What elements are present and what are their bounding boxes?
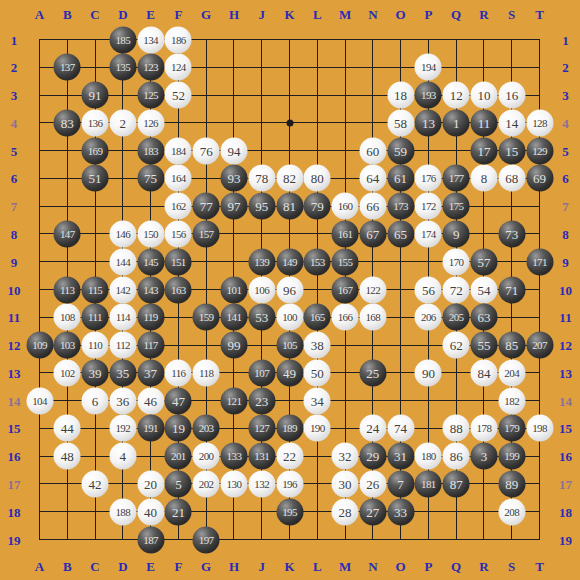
stone-white-N15: 24 xyxy=(359,415,386,442)
row-label-left-2: 2 xyxy=(11,61,18,74)
row-label-right-13: 13 xyxy=(559,366,572,379)
col-label-top-L: L xyxy=(313,8,322,21)
stone-black-F18: 21 xyxy=(165,498,192,525)
stone-black-N18: 27 xyxy=(359,498,386,525)
stone-black-J15: 127 xyxy=(248,415,275,442)
stone-white-N11: 168 xyxy=(359,304,386,331)
stone-black-H16: 133 xyxy=(220,443,247,470)
stone-white-M11: 166 xyxy=(332,304,359,331)
stone-black-R9: 57 xyxy=(470,248,497,275)
stone-black-H11: 141 xyxy=(220,304,247,331)
stone-white-R10: 54 xyxy=(470,276,497,303)
stone-black-O8: 65 xyxy=(387,220,414,247)
stone-white-H5: 94 xyxy=(220,137,247,164)
stone-white-E18: 40 xyxy=(137,498,164,525)
stone-black-R5: 17 xyxy=(470,137,497,164)
stone-black-H10: 101 xyxy=(220,276,247,303)
stone-black-E12: 117 xyxy=(137,332,164,359)
col-label-top-A: A xyxy=(35,8,44,21)
stone-white-L15: 190 xyxy=(304,415,331,442)
row-label-left-12: 12 xyxy=(8,339,21,352)
col-label-bottom-N: N xyxy=(368,560,377,573)
stone-black-M8: 161 xyxy=(332,220,359,247)
row-label-left-16: 16 xyxy=(8,450,21,463)
stone-white-O4: 58 xyxy=(387,109,414,136)
stone-white-J10: 106 xyxy=(248,276,275,303)
stone-black-F10: 163 xyxy=(165,276,192,303)
row-label-left-3: 3 xyxy=(11,89,18,102)
stone-white-Q15: 88 xyxy=(443,415,470,442)
row-label-left-7: 7 xyxy=(11,200,18,213)
stone-black-K18: 195 xyxy=(276,498,303,525)
stone-white-E17: 20 xyxy=(137,470,164,497)
col-label-bottom-G: G xyxy=(201,560,211,573)
stone-white-D4: 2 xyxy=(109,109,136,136)
stone-black-S8: 73 xyxy=(498,220,525,247)
col-label-top-H: H xyxy=(229,8,239,21)
stone-white-L13: 50 xyxy=(304,359,331,386)
col-label-top-O: O xyxy=(396,8,406,21)
stone-white-P2: 194 xyxy=(415,54,442,81)
row-label-right-19: 19 xyxy=(559,533,572,546)
stone-black-O17: 7 xyxy=(387,470,414,497)
stone-white-H17: 130 xyxy=(220,470,247,497)
col-label-top-T: T xyxy=(535,8,544,21)
row-label-right-16: 16 xyxy=(559,450,572,463)
stone-white-B15: 44 xyxy=(54,415,81,442)
stone-white-L6: 80 xyxy=(304,165,331,192)
stone-black-E19: 187 xyxy=(137,526,164,553)
stone-black-B4: 83 xyxy=(54,109,81,136)
stone-black-E11: 119 xyxy=(137,304,164,331)
row-label-right-1: 1 xyxy=(562,33,569,46)
stone-white-S3: 16 xyxy=(498,82,525,109)
row-label-right-17: 17 xyxy=(559,477,572,490)
stone-black-G8: 157 xyxy=(193,220,220,247)
stone-white-Q12: 62 xyxy=(443,332,470,359)
stone-white-D10: 142 xyxy=(109,276,136,303)
stone-black-P17: 181 xyxy=(415,470,442,497)
stone-black-E3: 125 xyxy=(137,82,164,109)
row-label-right-7: 7 xyxy=(562,200,569,213)
col-label-top-C: C xyxy=(90,8,99,21)
stone-black-B2: 137 xyxy=(54,54,81,81)
stone-black-C10: 115 xyxy=(82,276,109,303)
stone-white-S4: 14 xyxy=(498,109,525,136)
stone-white-D16: 4 xyxy=(109,443,136,470)
col-label-bottom-S: S xyxy=(508,560,515,573)
stone-white-E8: 150 xyxy=(137,220,164,247)
stone-black-H14: 121 xyxy=(220,387,247,414)
stone-white-P8: 174 xyxy=(415,220,442,247)
stone-black-B12: 103 xyxy=(54,332,81,359)
stone-black-H6: 93 xyxy=(220,165,247,192)
col-label-top-E: E xyxy=(146,8,155,21)
col-label-top-J: J xyxy=(258,8,265,21)
row-label-right-15: 15 xyxy=(559,422,572,435)
col-label-bottom-O: O xyxy=(396,560,406,573)
row-label-right-3: 3 xyxy=(562,89,569,102)
col-label-bottom-J: J xyxy=(258,560,265,573)
stone-black-S17: 89 xyxy=(498,470,525,497)
stone-white-K6: 82 xyxy=(276,165,303,192)
stone-black-S10: 71 xyxy=(498,276,525,303)
col-label-top-Q: Q xyxy=(451,8,461,21)
stone-black-E9: 145 xyxy=(137,248,164,275)
col-label-bottom-L: L xyxy=(313,560,322,573)
stone-white-P7: 172 xyxy=(415,193,442,220)
stone-white-D18: 188 xyxy=(109,498,136,525)
row-label-right-18: 18 xyxy=(559,505,572,518)
row-label-left-1: 1 xyxy=(11,33,18,46)
stone-black-J16: 131 xyxy=(248,443,275,470)
stone-white-C17: 42 xyxy=(82,470,109,497)
stone-white-N6: 64 xyxy=(359,165,386,192)
stone-white-S14: 182 xyxy=(498,387,525,414)
stone-white-F3: 52 xyxy=(165,82,192,109)
stone-black-D1: 185 xyxy=(109,26,136,53)
stone-black-Q17: 87 xyxy=(443,470,470,497)
stone-black-R16: 3 xyxy=(470,443,497,470)
row-label-right-8: 8 xyxy=(562,227,569,240)
stone-black-D13: 35 xyxy=(109,359,136,386)
stone-black-C6: 51 xyxy=(82,165,109,192)
stone-black-G7: 77 xyxy=(193,193,220,220)
stone-white-R15: 178 xyxy=(470,415,497,442)
stone-black-Q6: 177 xyxy=(443,165,470,192)
stone-white-E4: 126 xyxy=(137,109,164,136)
stone-white-F13: 116 xyxy=(165,359,192,386)
stone-white-Q9: 170 xyxy=(443,248,470,275)
stone-white-M7: 160 xyxy=(332,193,359,220)
stone-black-C11: 111 xyxy=(82,304,109,331)
stone-white-D12: 112 xyxy=(109,332,136,359)
go-kifu-diagram: AABBCCDDEEFFGGHHJJKKLLMMNNOOPPQQRRSSTT11… xyxy=(0,0,580,580)
stone-black-A12: 109 xyxy=(26,332,53,359)
stone-white-M16: 32 xyxy=(332,443,359,470)
stone-white-C12: 110 xyxy=(82,332,109,359)
col-label-bottom-D: D xyxy=(118,560,127,573)
stone-black-T6: 69 xyxy=(526,165,553,192)
col-label-bottom-K: K xyxy=(284,560,294,573)
stone-white-G17: 202 xyxy=(193,470,220,497)
stone-white-D15: 192 xyxy=(109,415,136,442)
stone-black-B8: 147 xyxy=(54,220,81,247)
stone-black-R12: 55 xyxy=(470,332,497,359)
stone-white-R6: 8 xyxy=(470,165,497,192)
stone-black-P4: 13 xyxy=(415,109,442,136)
stone-black-G19: 197 xyxy=(193,526,220,553)
stone-white-G13: 118 xyxy=(193,359,220,386)
stone-black-M9: 155 xyxy=(332,248,359,275)
col-label-top-B: B xyxy=(63,8,72,21)
stone-white-M17: 30 xyxy=(332,470,359,497)
stone-black-C5: 169 xyxy=(82,137,109,164)
stone-white-R3: 10 xyxy=(470,82,497,109)
stone-white-O3: 18 xyxy=(387,82,414,109)
col-label-top-P: P xyxy=(424,8,432,21)
stone-white-D14: 36 xyxy=(109,387,136,414)
stone-black-S5: 15 xyxy=(498,137,525,164)
row-label-right-10: 10 xyxy=(559,283,572,296)
stone-black-J7: 95 xyxy=(248,193,275,220)
stone-white-E1: 134 xyxy=(137,26,164,53)
stone-black-F17: 5 xyxy=(165,470,192,497)
stone-black-J13: 107 xyxy=(248,359,275,386)
stone-white-N5: 60 xyxy=(359,137,386,164)
stone-white-P6: 176 xyxy=(415,165,442,192)
stone-black-R11: 63 xyxy=(470,304,497,331)
stone-white-G5: 76 xyxy=(193,137,220,164)
stone-black-M10: 167 xyxy=(332,276,359,303)
row-label-left-10: 10 xyxy=(8,283,21,296)
stone-white-K11: 100 xyxy=(276,304,303,331)
stone-black-S15: 179 xyxy=(498,415,525,442)
stone-black-B10: 113 xyxy=(54,276,81,303)
stone-white-M18: 28 xyxy=(332,498,359,525)
col-label-bottom-Q: Q xyxy=(451,560,461,573)
grid-vline xyxy=(317,39,318,540)
stone-black-N16: 29 xyxy=(359,443,386,470)
row-label-right-4: 4 xyxy=(562,116,569,129)
stone-black-J9: 139 xyxy=(248,248,275,275)
stone-black-H7: 97 xyxy=(220,193,247,220)
stone-white-S6: 68 xyxy=(498,165,525,192)
col-label-bottom-C: C xyxy=(90,560,99,573)
stone-black-L7: 79 xyxy=(304,193,331,220)
col-label-bottom-H: H xyxy=(229,560,239,573)
stone-black-E5: 183 xyxy=(137,137,164,164)
row-label-left-8: 8 xyxy=(11,227,18,240)
stone-black-C3: 91 xyxy=(82,82,109,109)
col-label-top-M: M xyxy=(339,8,351,21)
stone-black-E10: 143 xyxy=(137,276,164,303)
stone-black-G15: 203 xyxy=(193,415,220,442)
stone-white-D11: 114 xyxy=(109,304,136,331)
col-label-bottom-A: A xyxy=(35,560,44,573)
stone-white-F5: 184 xyxy=(165,137,192,164)
stone-black-K15: 189 xyxy=(276,415,303,442)
stone-white-D9: 144 xyxy=(109,248,136,275)
stone-white-T15: 198 xyxy=(526,415,553,442)
col-label-bottom-R: R xyxy=(479,560,488,573)
col-label-top-G: G xyxy=(201,8,211,21)
row-label-left-13: 13 xyxy=(8,366,21,379)
stone-black-L11: 165 xyxy=(304,304,331,331)
stone-black-R4: 11 xyxy=(470,109,497,136)
stone-white-B11: 108 xyxy=(54,304,81,331)
stone-white-D8: 146 xyxy=(109,220,136,247)
stone-black-L9: 153 xyxy=(304,248,331,275)
stone-white-E14: 46 xyxy=(137,387,164,414)
stone-white-F6: 164 xyxy=(165,165,192,192)
stone-white-T4: 128 xyxy=(526,109,553,136)
col-label-top-N: N xyxy=(368,8,377,21)
stone-white-N17: 26 xyxy=(359,470,386,497)
stone-black-E6: 75 xyxy=(137,165,164,192)
stone-white-O15: 74 xyxy=(387,415,414,442)
stone-black-K12: 105 xyxy=(276,332,303,359)
row-label-right-2: 2 xyxy=(562,61,569,74)
stone-white-N7: 66 xyxy=(359,193,386,220)
stone-black-J11: 53 xyxy=(248,304,275,331)
stone-white-K10: 96 xyxy=(276,276,303,303)
stone-black-F16: 201 xyxy=(165,443,192,470)
stone-white-P11: 206 xyxy=(415,304,442,331)
stone-black-Q4: 1 xyxy=(443,109,470,136)
col-label-bottom-P: P xyxy=(424,560,432,573)
row-label-left-4: 4 xyxy=(11,116,18,129)
row-label-left-15: 15 xyxy=(8,422,21,435)
col-label-bottom-B: B xyxy=(63,560,72,573)
stone-white-B16: 48 xyxy=(54,443,81,470)
stone-white-J6: 78 xyxy=(248,165,275,192)
stone-white-Q10: 72 xyxy=(443,276,470,303)
stone-white-G16: 200 xyxy=(193,443,220,470)
stone-black-H12: 99 xyxy=(220,332,247,359)
stone-black-Q7: 175 xyxy=(443,193,470,220)
stone-black-J14: 23 xyxy=(248,387,275,414)
row-label-left-18: 18 xyxy=(8,505,21,518)
stone-white-S13: 204 xyxy=(498,359,525,386)
stone-black-S12: 85 xyxy=(498,332,525,359)
row-label-left-14: 14 xyxy=(8,394,21,407)
star-point-K4 xyxy=(286,119,293,126)
row-label-left-17: 17 xyxy=(8,477,21,490)
stone-black-E15: 191 xyxy=(137,415,164,442)
col-label-top-D: D xyxy=(118,8,127,21)
stone-black-D2: 135 xyxy=(109,54,136,81)
stone-black-P3: 193 xyxy=(415,82,442,109)
stone-white-P10: 56 xyxy=(415,276,442,303)
stone-white-K17: 196 xyxy=(276,470,303,497)
col-label-bottom-T: T xyxy=(535,560,544,573)
stone-black-F14: 47 xyxy=(165,387,192,414)
stone-black-T9: 171 xyxy=(526,248,553,275)
stone-black-O7: 173 xyxy=(387,193,414,220)
stone-black-T12: 207 xyxy=(526,332,553,359)
grid-hline xyxy=(39,539,540,540)
stone-black-G11: 159 xyxy=(193,304,220,331)
row-label-left-5: 5 xyxy=(11,144,18,157)
col-label-bottom-M: M xyxy=(339,560,351,573)
stone-black-E13: 37 xyxy=(137,359,164,386)
row-label-right-11: 11 xyxy=(559,311,571,324)
row-label-right-9: 9 xyxy=(562,255,569,268)
stone-black-O5: 59 xyxy=(387,137,414,164)
col-label-top-R: R xyxy=(479,8,488,21)
stone-white-R13: 84 xyxy=(470,359,497,386)
row-label-left-9: 9 xyxy=(11,255,18,268)
row-label-left-19: 19 xyxy=(8,533,21,546)
stone-white-C14: 6 xyxy=(82,387,109,414)
stone-white-L14: 34 xyxy=(304,387,331,414)
stone-black-Q8: 9 xyxy=(443,220,470,247)
stone-black-F15: 19 xyxy=(165,415,192,442)
stone-white-F8: 156 xyxy=(165,220,192,247)
col-label-top-K: K xyxy=(284,8,294,21)
stone-white-F2: 124 xyxy=(165,54,192,81)
stone-white-Q16: 86 xyxy=(443,443,470,470)
row-label-right-6: 6 xyxy=(562,172,569,185)
stone-black-N8: 67 xyxy=(359,220,386,247)
stone-black-C13: 39 xyxy=(82,359,109,386)
stone-white-J17: 132 xyxy=(248,470,275,497)
stone-black-S16: 199 xyxy=(498,443,525,470)
stone-black-E2: 123 xyxy=(137,54,164,81)
stone-white-P16: 180 xyxy=(415,443,442,470)
stone-white-Q3: 12 xyxy=(443,82,470,109)
stone-black-K7: 81 xyxy=(276,193,303,220)
row-label-left-6: 6 xyxy=(11,172,18,185)
stone-black-O6: 61 xyxy=(387,165,414,192)
stone-black-K9: 149 xyxy=(276,248,303,275)
stone-white-A14: 104 xyxy=(26,387,53,414)
row-label-right-14: 14 xyxy=(559,394,572,407)
stone-black-F9: 151 xyxy=(165,248,192,275)
stone-white-F1: 186 xyxy=(165,26,192,53)
stone-black-O18: 33 xyxy=(387,498,414,525)
stone-white-N10: 122 xyxy=(359,276,386,303)
col-label-top-S: S xyxy=(508,8,515,21)
stone-white-B13: 102 xyxy=(54,359,81,386)
stone-black-Q11: 205 xyxy=(443,304,470,331)
stone-white-P13: 90 xyxy=(415,359,442,386)
row-label-left-11: 11 xyxy=(8,311,20,324)
stone-white-K16: 22 xyxy=(276,443,303,470)
stone-black-O16: 31 xyxy=(387,443,414,470)
col-label-bottom-E: E xyxy=(146,560,155,573)
row-label-right-12: 12 xyxy=(559,339,572,352)
row-label-right-5: 5 xyxy=(562,144,569,157)
stone-white-C4: 136 xyxy=(82,109,109,136)
stone-white-S18: 208 xyxy=(498,498,525,525)
stone-white-L12: 38 xyxy=(304,332,331,359)
col-label-top-F: F xyxy=(174,8,182,21)
stone-black-K13: 49 xyxy=(276,359,303,386)
col-label-bottom-F: F xyxy=(174,560,182,573)
stone-white-F7: 162 xyxy=(165,193,192,220)
stone-black-T5: 129 xyxy=(526,137,553,164)
stone-black-N13: 25 xyxy=(359,359,386,386)
